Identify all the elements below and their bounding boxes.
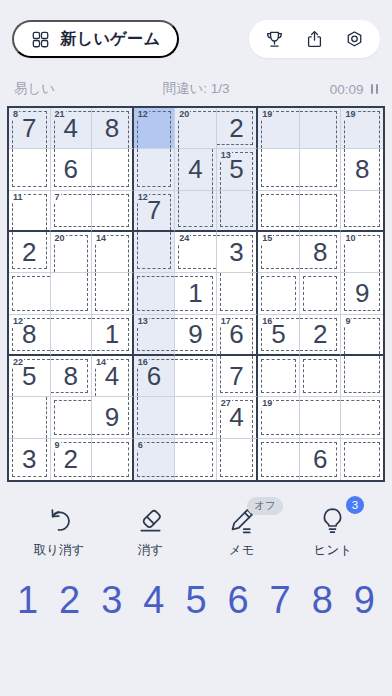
cell-r9c3[interactable] bbox=[92, 439, 134, 480]
cell-r8c6[interactable]: 274 bbox=[217, 397, 259, 438]
memo-off-badge: オフ bbox=[247, 497, 283, 515]
cell-r2c6[interactable]: 135 bbox=[217, 149, 259, 190]
cage-sum: 20 bbox=[178, 109, 190, 119]
cage-sum: 12 bbox=[137, 109, 149, 119]
cell-digit: 6 bbox=[147, 363, 161, 389]
cell-r9c6[interactable] bbox=[217, 439, 259, 480]
cell-digit: 4 bbox=[229, 404, 243, 430]
cage-sum: 12 bbox=[137, 192, 149, 202]
cell-r5c3[interactable] bbox=[92, 273, 134, 314]
cell-r9c5[interactable] bbox=[175, 439, 217, 480]
cell-r5c8[interactable] bbox=[300, 273, 342, 314]
cell-digit: 3 bbox=[22, 446, 36, 472]
mistakes-counter: 間違い: 1/3 bbox=[124, 80, 268, 98]
numpad-2[interactable]: 2 bbox=[59, 581, 80, 619]
cell-r4c8[interactable]: 8 bbox=[300, 232, 342, 273]
cell-digit: 5 bbox=[229, 156, 243, 182]
cell-r1c3[interactable]: 8 bbox=[92, 108, 134, 149]
cell-r4c3[interactable]: 14 bbox=[92, 232, 134, 273]
eraser-icon bbox=[134, 504, 167, 537]
undo-icon bbox=[43, 504, 76, 537]
cell-r8c3[interactable]: 9 bbox=[92, 397, 134, 438]
cell-digit: 5 bbox=[22, 363, 36, 389]
cell-r5c2[interactable] bbox=[51, 273, 93, 314]
cage-sum: 14 bbox=[95, 357, 107, 367]
cage-sum: 6 bbox=[137, 440, 144, 450]
status-bar: 易しい 間違い: 1/3 00:09 bbox=[14, 80, 378, 98]
cage-sum: 17 bbox=[220, 316, 232, 326]
cell-digit: 1 bbox=[188, 280, 202, 306]
cell-r3c2[interactable]: 7 bbox=[51, 191, 93, 232]
cell-r7c6[interactable]: 7 bbox=[217, 356, 259, 397]
cell-r5c5[interactable]: 1 bbox=[175, 273, 217, 314]
cell-r1c1[interactable]: 87 bbox=[9, 108, 51, 149]
cell-r5c1[interactable] bbox=[9, 273, 51, 314]
cell-r9c2[interactable]: 92 bbox=[51, 439, 93, 480]
cell-r3c8[interactable] bbox=[300, 191, 342, 232]
cell-r8c4[interactable] bbox=[134, 397, 176, 438]
cell-digit: 4 bbox=[64, 115, 78, 141]
cell-r6c7[interactable]: 165 bbox=[258, 315, 300, 356]
cage-sum: 21 bbox=[54, 109, 66, 119]
cage-sum: 27 bbox=[220, 398, 232, 408]
cell-r8c1[interactable] bbox=[9, 397, 51, 438]
settings-icon[interactable] bbox=[344, 29, 365, 50]
number-pad: 123456789 bbox=[0, 581, 392, 619]
cell-r8c2[interactable] bbox=[51, 397, 93, 438]
cell-r9c4[interactable]: 6 bbox=[134, 439, 176, 480]
cell-digit: 3 bbox=[229, 239, 243, 265]
cell-r6c3[interactable]: 1 bbox=[92, 315, 134, 356]
numpad-6[interactable]: 6 bbox=[227, 581, 248, 619]
cell-r7c1[interactable]: 225 bbox=[9, 356, 51, 397]
grid-icon bbox=[30, 29, 51, 50]
cell-r1c9[interactable]: 19 bbox=[341, 108, 383, 149]
numpad-8[interactable]: 8 bbox=[312, 581, 333, 619]
hint-label: ヒント bbox=[314, 542, 352, 559]
cage-sum: 24 bbox=[178, 233, 190, 243]
cage-sum: 14 bbox=[95, 233, 107, 243]
cell-r6c5[interactable]: 9 bbox=[175, 315, 217, 356]
cell-r5c4[interactable] bbox=[134, 273, 176, 314]
cell-r1c5[interactable]: 20 bbox=[175, 108, 217, 149]
erase-label: 消す bbox=[138, 542, 163, 559]
memo-label: メモ bbox=[229, 542, 255, 559]
cell-digit: 2 bbox=[64, 446, 78, 472]
cell-r1c8[interactable] bbox=[300, 108, 342, 149]
cell-r2c1[interactable] bbox=[9, 149, 51, 190]
trophy-icon[interactable] bbox=[264, 29, 285, 50]
cell-r4c1[interactable]: 2 bbox=[9, 232, 51, 273]
cell-r7c3[interactable]: 144 bbox=[92, 356, 134, 397]
cell-digit: 7 bbox=[229, 363, 243, 389]
cell-r1c4[interactable]: 12 bbox=[134, 108, 176, 149]
cell-r6c1[interactable]: 128 bbox=[9, 315, 51, 356]
cell-r4c7[interactable]: 15 bbox=[258, 232, 300, 273]
hint-count-badge: 3 bbox=[346, 496, 364, 514]
cell-r4c6[interactable]: 3 bbox=[217, 232, 259, 273]
cell-digit: 2 bbox=[229, 115, 243, 141]
cell-r2c5[interactable]: 4 bbox=[175, 149, 217, 190]
cage-sum: 16 bbox=[261, 316, 273, 326]
cell-digit: 8 bbox=[64, 363, 78, 389]
header-actions bbox=[249, 20, 380, 58]
cell-r9c9[interactable] bbox=[341, 439, 383, 480]
cell-r1c6[interactable]: 2 bbox=[217, 108, 259, 149]
new-game-label: 新しいゲーム bbox=[60, 29, 161, 50]
cell-r5c6[interactable] bbox=[217, 273, 259, 314]
cell-r4c9[interactable]: 10 bbox=[341, 232, 383, 273]
cell-r4c5[interactable]: 24 bbox=[175, 232, 217, 273]
cell-r3c7[interactable] bbox=[258, 191, 300, 232]
difficulty-label: 易しい bbox=[14, 80, 124, 98]
cell-digit: 5 bbox=[271, 321, 285, 347]
cell-r3c4[interactable]: 127 bbox=[134, 191, 176, 232]
cell-r6c8[interactable]: 2 bbox=[300, 315, 342, 356]
new-game-button[interactable]: 新しいゲーム bbox=[12, 20, 179, 58]
undo-button[interactable]: 取り消す bbox=[26, 504, 92, 559]
numpad-9[interactable]: 9 bbox=[354, 581, 375, 619]
cell-r8c9[interactable] bbox=[341, 397, 383, 438]
cell-r1c7[interactable]: 19 bbox=[258, 108, 300, 149]
cell-digit: 9 bbox=[355, 280, 369, 306]
cage-sum: 13 bbox=[220, 150, 232, 160]
undo-label: 取り消す bbox=[34, 542, 85, 559]
cell-r7c2[interactable]: 8 bbox=[51, 356, 93, 397]
numpad-5[interactable]: 5 bbox=[185, 581, 206, 619]
cell-r2c3[interactable] bbox=[92, 149, 134, 190]
cell-r7c7[interactable] bbox=[258, 356, 300, 397]
cell-digit: 8 bbox=[105, 115, 119, 141]
cell-digit: 6 bbox=[64, 156, 78, 182]
cell-r2c8[interactable] bbox=[300, 149, 342, 190]
cage-sum: 20 bbox=[54, 233, 66, 243]
cell-r6c4[interactable]: 13 bbox=[134, 315, 176, 356]
numpad-4[interactable]: 4 bbox=[143, 581, 164, 619]
erase-button[interactable]: 消す bbox=[117, 504, 183, 559]
cell-digit: 2 bbox=[313, 321, 327, 347]
cell-digit: 8 bbox=[355, 156, 369, 182]
cage-sum: 22 bbox=[12, 357, 24, 367]
cage-sum: 9 bbox=[54, 440, 61, 450]
cell-digit: 4 bbox=[188, 156, 202, 182]
cell-r5c7[interactable] bbox=[258, 273, 300, 314]
cell-r5c9[interactable]: 9 bbox=[341, 273, 383, 314]
cage-sum: 9 bbox=[344, 316, 351, 326]
numpad-7[interactable]: 7 bbox=[270, 581, 291, 619]
timer: 00:09 bbox=[330, 82, 364, 97]
cell-digit: 4 bbox=[105, 363, 119, 389]
top-bar: 新しいゲーム bbox=[0, 0, 392, 58]
cell-r9c8[interactable]: 6 bbox=[300, 439, 342, 480]
cell-r8c7[interactable]: 19 bbox=[258, 397, 300, 438]
cell-digit: 9 bbox=[105, 404, 119, 430]
cell-r9c1[interactable]: 3 bbox=[9, 439, 51, 480]
cell-digit: 2 bbox=[22, 239, 36, 265]
lightbulb-icon bbox=[316, 504, 349, 537]
cage-sum: 15 bbox=[261, 233, 273, 243]
cage-sum: 19 bbox=[344, 109, 356, 119]
pause-icon[interactable] bbox=[371, 84, 379, 94]
cell-r8c5[interactable] bbox=[175, 397, 217, 438]
cage-sum: 19 bbox=[261, 109, 273, 119]
cell-r7c5[interactable] bbox=[175, 356, 217, 397]
cell-r6c9[interactable]: 9 bbox=[341, 315, 383, 356]
numpad-3[interactable]: 3 bbox=[101, 581, 122, 619]
cell-digit: 7 bbox=[147, 197, 161, 223]
cell-r3c9[interactable] bbox=[341, 191, 383, 232]
cell-r7c4[interactable]: 166 bbox=[134, 356, 176, 397]
memo-button[interactable]: メモ オフ bbox=[209, 504, 275, 559]
cell-r2c4[interactable] bbox=[134, 149, 176, 190]
cell-digit: 7 bbox=[22, 115, 36, 141]
hint-button[interactable]: ヒント 3 bbox=[300, 504, 366, 559]
sudoku-board: 8721481220219196413581171272201424315810… bbox=[7, 106, 385, 482]
cell-digit: 8 bbox=[22, 321, 36, 347]
cell-r9c7[interactable] bbox=[258, 439, 300, 480]
cell-r7c8[interactable] bbox=[300, 356, 342, 397]
cage-sum: 13 bbox=[137, 316, 149, 326]
cell-r2c9[interactable]: 8 bbox=[341, 149, 383, 190]
cell-r8c8[interactable] bbox=[300, 397, 342, 438]
cage-sum: 11 bbox=[12, 192, 24, 202]
share-icon[interactable] bbox=[304, 29, 325, 50]
cell-digit: 9 bbox=[188, 321, 202, 347]
cell-r3c1[interactable]: 11 bbox=[9, 191, 51, 232]
cell-r2c2[interactable]: 6 bbox=[51, 149, 93, 190]
numpad-1[interactable]: 1 bbox=[17, 581, 38, 619]
cell-r3c5[interactable] bbox=[175, 191, 217, 232]
cage-sum: 19 bbox=[261, 398, 273, 408]
cell-r2c7[interactable] bbox=[258, 149, 300, 190]
cell-r4c4[interactable] bbox=[134, 232, 176, 273]
cell-r3c6[interactable] bbox=[217, 191, 259, 232]
cell-r6c6[interactable]: 176 bbox=[217, 315, 259, 356]
cage-sum: 10 bbox=[344, 233, 356, 243]
cage-sum: 12 bbox=[12, 316, 24, 326]
toolbar: 取り消す 消す メモ オフ ヒント 3 bbox=[0, 504, 392, 559]
cell-digit: 6 bbox=[313, 446, 327, 472]
cell-digit: 1 bbox=[105, 321, 119, 347]
cage-sum: 8 bbox=[12, 109, 19, 119]
cage-sum: 16 bbox=[137, 357, 149, 367]
cell-r4c2[interactable]: 20 bbox=[51, 232, 93, 273]
cage-sum: 7 bbox=[54, 192, 61, 202]
cell-r6c2[interactable] bbox=[51, 315, 93, 356]
cell-r7c9[interactable] bbox=[341, 356, 383, 397]
cell-r1c2[interactable]: 214 bbox=[51, 108, 93, 149]
cell-r3c3[interactable] bbox=[92, 191, 134, 232]
cell-digit: 8 bbox=[313, 239, 327, 265]
